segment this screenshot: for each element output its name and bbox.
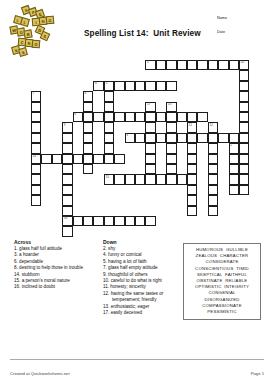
grid-cell[interactable]: [93, 112, 103, 122]
grid-cell[interactable]: [239, 70, 249, 80]
grid-cell[interactable]: [93, 154, 103, 164]
grid-cell[interactable]: [197, 112, 207, 122]
footer-page-number: Page 1: [251, 371, 264, 376]
clue-item: 16. inclined to doubt: [14, 284, 100, 290]
clue-number: 11: [189, 124, 192, 127]
grid-cell[interactable]: [114, 112, 124, 122]
grid-cell[interactable]: [208, 133, 218, 143]
grid-cell[interactable]: [187, 154, 197, 164]
grid-cell[interactable]: [31, 164, 41, 174]
grid-cell[interactable]: [31, 174, 41, 184]
grid-cell[interactable]: [239, 133, 249, 143]
grid-cell[interactable]: [125, 81, 135, 91]
grid-cell[interactable]: [208, 185, 218, 195]
grid-cell[interactable]: 12: [208, 122, 218, 132]
down-heading: Down: [103, 239, 117, 245]
clue-number: 3: [126, 134, 128, 137]
grid-cell[interactable]: [166, 81, 176, 91]
grid-cell[interactable]: 13: [166, 102, 176, 112]
grid-cell[interactable]: [208, 154, 218, 164]
grid-cell[interactable]: 9: [62, 122, 72, 132]
grid-cell[interactable]: 10: [239, 60, 249, 70]
grid-cell[interactable]: [104, 91, 114, 101]
grid-cell[interactable]: [156, 81, 166, 91]
grid-cell[interactable]: [156, 60, 166, 70]
grid-cell[interactable]: [104, 112, 114, 122]
grid-cell[interactable]: [187, 60, 197, 70]
grid-cell[interactable]: [239, 122, 249, 132]
grid-cell[interactable]: [62, 174, 72, 184]
grid-cell[interactable]: [197, 133, 207, 143]
grid-cell[interactable]: [208, 143, 218, 153]
grid-cell[interactable]: [31, 133, 41, 143]
grid-cell[interactable]: [83, 154, 93, 164]
grid-cell[interactable]: 8: [73, 112, 83, 122]
grid-cell[interactable]: 7: [31, 91, 41, 101]
across-clue-list: 1. glass half full attitude3. a hoarder6…: [14, 246, 100, 291]
grid-cell[interactable]: [83, 112, 93, 122]
grid-cell[interactable]: [62, 226, 72, 236]
grid-cell[interactable]: 2: [229, 143, 239, 153]
grid-cell[interactable]: [73, 216, 83, 226]
grid-cell[interactable]: [114, 174, 124, 184]
clue-number: 2: [230, 144, 232, 147]
clue-number: 6: [95, 82, 97, 85]
grid-cell[interactable]: [62, 133, 72, 143]
grid-cell[interactable]: [104, 102, 114, 112]
grid-cell[interactable]: [239, 112, 249, 122]
grid-cell[interactable]: [73, 154, 83, 164]
grid-cell[interactable]: [239, 143, 249, 153]
grid-cell[interactable]: [239, 185, 249, 195]
word-bank-box: HUMOROUS GULLIBLEZEALOUS CHARACTERCONSID…: [183, 243, 261, 320]
grid-cell[interactable]: [166, 112, 176, 122]
grid-cell[interactable]: [187, 133, 197, 143]
date-label: Date: [217, 30, 225, 34]
grid-cell[interactable]: [166, 174, 176, 184]
grid-cell[interactable]: [83, 102, 93, 112]
grid-cell[interactable]: [187, 143, 197, 153]
grid-cell[interactable]: [114, 154, 124, 164]
grid-cell[interactable]: [31, 102, 41, 112]
grid-cell[interactable]: [166, 154, 176, 164]
clue-number: 7: [33, 92, 35, 95]
grid-cell[interactable]: 4: [83, 91, 93, 101]
grid-cell[interactable]: [166, 122, 176, 132]
grid-cell[interactable]: [239, 154, 249, 164]
grid-cell[interactable]: [166, 143, 176, 153]
grid-cell[interactable]: 14: [31, 154, 41, 164]
clue-number: 17: [147, 103, 151, 106]
grid-cell[interactable]: [187, 195, 197, 205]
grid-cell[interactable]: 5: [104, 81, 114, 91]
grid-cell[interactable]: [135, 81, 145, 91]
grid-cell[interactable]: [31, 122, 41, 132]
grid-cell[interactable]: 3: [125, 133, 135, 143]
clue-number: 1: [147, 61, 149, 64]
grid-cell[interactable]: [83, 216, 93, 226]
grid-cell[interactable]: [177, 174, 187, 184]
grid-cell[interactable]: [31, 112, 41, 122]
down-clue-list: 2. shy4. funny or comical5. having a lot…: [103, 246, 183, 316]
grid-cell[interactable]: 16: [62, 216, 72, 226]
grid-cell[interactable]: [197, 60, 207, 70]
grid-cell[interactable]: [145, 133, 155, 143]
grid-cell[interactable]: [145, 154, 155, 164]
worksheet-title: Spelling List 14: Unit Review: [84, 29, 234, 38]
grid-cell[interactable]: 15: [104, 174, 114, 184]
grid-cell[interactable]: [208, 60, 218, 70]
grid-cell[interactable]: [83, 143, 93, 153]
clue-number: 15: [105, 176, 109, 179]
grid-cell[interactable]: [135, 112, 145, 122]
grid-cell[interactable]: [187, 164, 197, 174]
grid-cell[interactable]: [239, 102, 249, 112]
across-heading: Across: [14, 239, 31, 245]
clue-number: 10: [241, 61, 245, 64]
grid-cell[interactable]: [239, 164, 249, 174]
logo-tile: S: [40, 31, 51, 42]
grid-cell[interactable]: [208, 164, 218, 174]
grid-cell[interactable]: [52, 154, 62, 164]
grid-cell[interactable]: [156, 133, 166, 143]
grid-cell[interactable]: [145, 112, 155, 122]
grid-cell[interactable]: [135, 174, 145, 184]
grid-cell[interactable]: [83, 133, 93, 143]
grid-cell[interactable]: [208, 195, 218, 205]
grid-cell[interactable]: [177, 133, 187, 143]
grid-cell[interactable]: [104, 143, 114, 153]
grid-cell[interactable]: [114, 81, 124, 91]
grid-cell[interactable]: [62, 154, 72, 164]
grid-cell[interactable]: [145, 143, 155, 153]
grid-cell[interactable]: [229, 154, 239, 164]
clue-number: 12: [209, 124, 213, 127]
footer-credit: Created at Quickworksheets.net: [10, 371, 70, 376]
grid-cell[interactable]: 17: [145, 102, 155, 112]
grid-cell[interactable]: [135, 216, 145, 226]
grid-cell[interactable]: [166, 164, 176, 174]
grid-cell[interactable]: [125, 174, 135, 184]
grid-cell[interactable]: [145, 81, 155, 91]
grid-cell[interactable]: [156, 174, 166, 184]
grid-cell[interactable]: [239, 81, 249, 91]
clue-item: 12. having the same tastes or temperamen…: [103, 291, 183, 304]
grid-cell[interactable]: [218, 133, 228, 143]
grid-cell[interactable]: [62, 164, 72, 174]
grid-cell[interactable]: [93, 216, 103, 226]
name-label: Name: [217, 16, 227, 20]
grid-cell[interactable]: [125, 216, 135, 226]
grid-cell[interactable]: [41, 154, 51, 164]
grid-cell[interactable]: [62, 206, 72, 216]
grid-cell[interactable]: [31, 143, 41, 153]
logo-tile: O: [32, 40, 41, 49]
grid-cell[interactable]: [83, 164, 93, 174]
grid-cell[interactable]: [104, 216, 114, 226]
grid-cell[interactable]: [135, 133, 145, 143]
clue-number: 13: [168, 103, 172, 106]
grid-cell[interactable]: [145, 174, 155, 184]
worksheet-page: SPELLINGWORDSCROSS Spelling List 14: Uni…: [0, 0, 274, 388]
grid-cell[interactable]: 1: [145, 60, 155, 70]
grid-cell[interactable]: [208, 206, 218, 216]
grid-cell[interactable]: [104, 154, 114, 164]
clue-item: 17. easily deceived: [103, 310, 183, 316]
grid-cell[interactable]: [239, 91, 249, 101]
grid-cell[interactable]: [187, 206, 197, 216]
grid-cell[interactable]: [229, 133, 239, 143]
grid-cell[interactable]: [104, 122, 114, 132]
grid-cell[interactable]: [166, 133, 176, 143]
grid-cell[interactable]: [187, 112, 197, 122]
grid-cell[interactable]: [229, 174, 239, 184]
clue-number: 16: [64, 217, 68, 220]
grid-cell[interactable]: [62, 185, 72, 195]
clue-number: 9: [64, 124, 66, 127]
logo-tile: L: [20, 17, 30, 27]
grid-cell[interactable]: [239, 174, 249, 184]
grid-cell[interactable]: [104, 133, 114, 143]
grid-cell[interactable]: [187, 185, 197, 195]
grid-cell[interactable]: [156, 112, 166, 122]
word-bank-line: PESSIMISTIC: [185, 309, 259, 315]
grid-cell[interactable]: 11: [187, 122, 197, 132]
footer-divider: [10, 359, 264, 360]
grid-cell[interactable]: [177, 112, 187, 122]
logo-tile: S: [18, 47, 28, 57]
clue-number: 5: [105, 82, 107, 85]
crossword-grid: 1106574171389111232141516: [31, 60, 253, 240]
grid-cell[interactable]: [208, 174, 218, 184]
clue-number: 14: [33, 155, 37, 158]
logo-tile: G: [46, 16, 55, 25]
grid-cell[interactable]: [83, 122, 93, 132]
grid-cell[interactable]: [166, 60, 176, 70]
word-bank-line: CONSCIENTIOUS TIMID: [185, 266, 259, 272]
grid-cell[interactable]: [229, 185, 239, 195]
grid-cell[interactable]: [31, 185, 41, 195]
grid-cell[interactable]: [114, 216, 124, 226]
clue-number: 4: [85, 92, 87, 95]
grid-cell[interactable]: [145, 164, 155, 174]
grid-cell[interactable]: [177, 60, 187, 70]
grid-cell[interactable]: [229, 60, 239, 70]
grid-cell[interactable]: [31, 195, 41, 205]
clue-number: 8: [74, 113, 76, 116]
grid-cell[interactable]: [145, 122, 155, 132]
crossword-tiles-logo: SPELLINGWORDSCROSS: [8, 6, 66, 60]
grid-cell[interactable]: [218, 60, 228, 70]
grid-cell[interactable]: [62, 195, 72, 205]
grid-cell[interactable]: [125, 112, 135, 122]
grid-cell[interactable]: 6: [93, 81, 103, 91]
grid-cell[interactable]: [187, 174, 197, 184]
grid-cell[interactable]: [145, 216, 155, 226]
grid-cell[interactable]: [62, 143, 72, 153]
grid-cell[interactable]: [229, 164, 239, 174]
